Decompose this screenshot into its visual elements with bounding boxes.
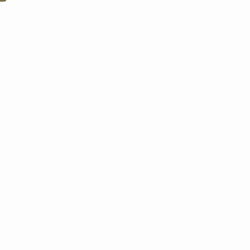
chess-set-photo: abcdefgh12345678 ♜♞♝♛♚♝♞♜♟♟♟♟♟♟♟♟♟♟♟♟♟♟♟… xyxy=(0,0,250,250)
pieces-layer: ♜♞♝♛♚♝♞♜♟♟♟♟♟♟♟♟♟♟♟♟♟♟♟♟♜♞♝♛♚♝♞♜ xyxy=(0,0,250,250)
piece-white-rook[interactable]: ♜ xyxy=(0,0,7,3)
